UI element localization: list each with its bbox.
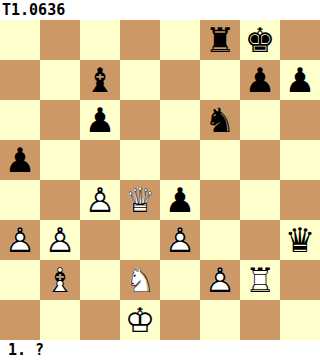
piece-black-pawn: ♟ <box>0 140 40 180</box>
square-c7[interactable]: ♝ <box>80 60 120 100</box>
piece-black-king: ♚ <box>240 20 280 60</box>
puzzle-id-label: T1.0636 <box>0 0 320 20</box>
square-f3[interactable] <box>200 220 240 260</box>
square-a6[interactable] <box>0 100 40 140</box>
square-c3[interactable] <box>80 220 120 260</box>
piece-white-knight: ♘ <box>120 260 160 300</box>
square-c1[interactable] <box>80 300 120 340</box>
square-e6[interactable] <box>160 100 200 140</box>
piece-white-rook: ♖ <box>240 260 280 300</box>
piece-white-pawn: ♙ <box>40 220 80 260</box>
square-b4[interactable] <box>40 180 80 220</box>
square-f1[interactable] <box>200 300 240 340</box>
piece-black-rook: ♜ <box>200 20 240 60</box>
piece-white-pawn: ♙ <box>200 260 240 300</box>
square-f2[interactable]: ♟♙ <box>200 260 240 300</box>
piece-white-queen: ♕ <box>120 180 160 220</box>
square-h7[interactable]: ♟ <box>280 60 320 100</box>
square-a4[interactable] <box>0 180 40 220</box>
square-f5[interactable] <box>200 140 240 180</box>
square-c8[interactable] <box>80 20 120 60</box>
square-f7[interactable] <box>200 60 240 100</box>
square-e8[interactable] <box>160 20 200 60</box>
square-h1[interactable] <box>280 300 320 340</box>
square-c6[interactable]: ♟ <box>80 100 120 140</box>
piece-black-knight: ♞ <box>200 100 240 140</box>
square-a5[interactable]: ♟ <box>0 140 40 180</box>
piece-white-pawn: ♙ <box>0 220 40 260</box>
square-h4[interactable] <box>280 180 320 220</box>
square-b6[interactable] <box>40 100 80 140</box>
square-g5[interactable] <box>240 140 280 180</box>
square-a3[interactable]: ♟♙ <box>0 220 40 260</box>
square-b7[interactable] <box>40 60 80 100</box>
square-d7[interactable] <box>120 60 160 100</box>
square-b8[interactable] <box>40 20 80 60</box>
square-h3[interactable]: ♛ <box>280 220 320 260</box>
square-g2[interactable]: ♜♖ <box>240 260 280 300</box>
square-d1[interactable]: ♚♔ <box>120 300 160 340</box>
square-a1[interactable] <box>0 300 40 340</box>
square-h8[interactable] <box>280 20 320 60</box>
piece-black-pawn: ♟ <box>280 60 320 100</box>
square-d4[interactable]: ♛♕ <box>120 180 160 220</box>
square-g8[interactable]: ♚ <box>240 20 280 60</box>
square-b2[interactable]: ♝♗ <box>40 260 80 300</box>
square-d6[interactable] <box>120 100 160 140</box>
square-h2[interactable] <box>280 260 320 300</box>
square-h6[interactable] <box>280 100 320 140</box>
piece-white-pawn: ♙ <box>80 180 120 220</box>
square-f8[interactable]: ♜ <box>200 20 240 60</box>
square-c4[interactable]: ♟♙ <box>80 180 120 220</box>
square-b3[interactable]: ♟♙ <box>40 220 80 260</box>
square-a7[interactable] <box>0 60 40 100</box>
piece-black-pawn: ♟ <box>240 60 280 100</box>
square-g7[interactable]: ♟ <box>240 60 280 100</box>
square-g6[interactable] <box>240 100 280 140</box>
chess-board: ♜♚♝♟♟♟♞♟♟♙♛♕♟♟♙♟♙♟♙♛♝♗♞♘♟♙♜♖♚♔ <box>0 20 320 340</box>
square-d3[interactable] <box>120 220 160 260</box>
piece-black-pawn: ♟ <box>80 100 120 140</box>
square-e5[interactable] <box>160 140 200 180</box>
square-e2[interactable] <box>160 260 200 300</box>
square-b1[interactable] <box>40 300 80 340</box>
square-c2[interactable] <box>80 260 120 300</box>
square-f4[interactable] <box>200 180 240 220</box>
piece-white-king: ♔ <box>120 300 160 340</box>
square-e1[interactable] <box>160 300 200 340</box>
square-c5[interactable] <box>80 140 120 180</box>
square-b5[interactable] <box>40 140 80 180</box>
square-d8[interactable] <box>120 20 160 60</box>
square-e3[interactable]: ♟♙ <box>160 220 200 260</box>
square-g4[interactable] <box>240 180 280 220</box>
move-prompt-label: 1. ? <box>0 340 320 360</box>
square-h5[interactable] <box>280 140 320 180</box>
square-a8[interactable] <box>0 20 40 60</box>
square-f6[interactable]: ♞ <box>200 100 240 140</box>
square-a2[interactable] <box>0 260 40 300</box>
square-e7[interactable] <box>160 60 200 100</box>
square-d2[interactable]: ♞♘ <box>120 260 160 300</box>
piece-white-bishop: ♗ <box>40 260 80 300</box>
square-g3[interactable] <box>240 220 280 260</box>
piece-black-queen: ♛ <box>280 220 320 260</box>
piece-white-pawn: ♙ <box>160 220 200 260</box>
square-g1[interactable] <box>240 300 280 340</box>
square-e4[interactable]: ♟ <box>160 180 200 220</box>
piece-black-pawn: ♟ <box>160 180 200 220</box>
piece-black-bishop: ♝ <box>80 60 120 100</box>
square-d5[interactable] <box>120 140 160 180</box>
